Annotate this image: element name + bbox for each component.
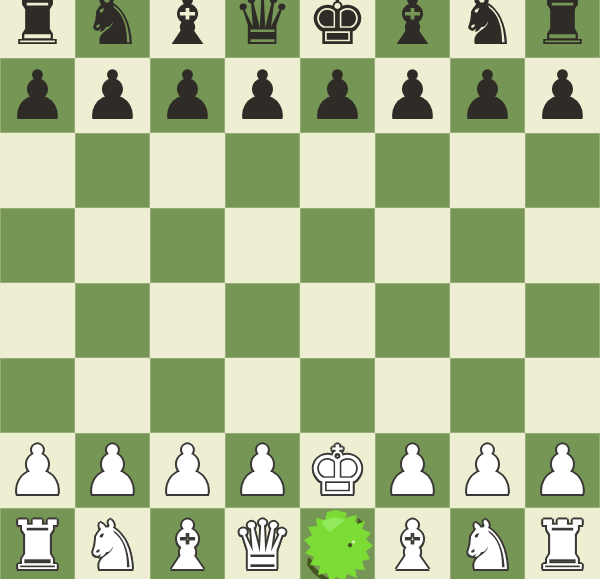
square-d4[interactable]: [225, 283, 300, 358]
square-h1[interactable]: ♜: [525, 508, 600, 579]
black-pawn[interactable]: ♟: [225, 58, 300, 133]
square-f3[interactable]: [375, 358, 450, 433]
black-bishop[interactable]: ♝: [375, 0, 450, 58]
black-queen[interactable]: ♛: [225, 0, 300, 58]
chess-board: ♜♞♝♛♚♝♞♜♟♟♟♟♟♟♟♟♟♟♟♟♚♟♟♟♜♞♝♛♝♞♜: [0, 0, 600, 579]
square-a8[interactable]: ♜: [0, 0, 75, 58]
black-pawn[interactable]: ♟: [525, 58, 600, 133]
square-b3[interactable]: [75, 358, 150, 433]
square-c1[interactable]: ♝: [150, 508, 225, 579]
square-e5[interactable]: [300, 208, 375, 283]
square-d2[interactable]: ♟: [225, 433, 300, 508]
square-f4[interactable]: [375, 283, 450, 358]
square-c6[interactable]: [150, 133, 225, 208]
square-d5[interactable]: [225, 208, 300, 283]
square-a2[interactable]: ♟: [0, 433, 75, 508]
square-c8[interactable]: ♝: [150, 0, 225, 58]
square-f8[interactable]: ♝: [375, 0, 450, 58]
white-king[interactable]: ♚: [300, 433, 375, 508]
square-f6[interactable]: [375, 133, 450, 208]
square-b1[interactable]: ♞: [75, 508, 150, 579]
square-a6[interactable]: [0, 133, 75, 208]
square-e8[interactable]: ♚: [300, 0, 375, 58]
square-b6[interactable]: [75, 133, 150, 208]
square-e6[interactable]: [300, 133, 375, 208]
white-pawn[interactable]: ♟: [150, 433, 225, 508]
square-g3[interactable]: [450, 358, 525, 433]
white-pawn[interactable]: ♟: [0, 433, 75, 508]
square-h6[interactable]: [525, 133, 600, 208]
square-d7[interactable]: ♟: [225, 58, 300, 133]
square-c5[interactable]: [150, 208, 225, 283]
white-rook[interactable]: ♜: [0, 508, 75, 579]
white-queen[interactable]: ♛: [225, 508, 300, 579]
white-knight[interactable]: ♞: [75, 508, 150, 579]
black-pawn[interactable]: ♟: [375, 58, 450, 133]
black-knight[interactable]: ♞: [75, 0, 150, 58]
square-d1[interactable]: ♛: [225, 508, 300, 579]
square-d6[interactable]: [225, 133, 300, 208]
black-bishop[interactable]: ♝: [150, 0, 225, 58]
square-a1[interactable]: ♜: [0, 508, 75, 579]
square-b7[interactable]: ♟: [75, 58, 150, 133]
square-b8[interactable]: ♞: [75, 0, 150, 58]
square-a7[interactable]: ♟: [0, 58, 75, 133]
black-pawn[interactable]: ♟: [150, 58, 225, 133]
black-pawn[interactable]: ♟: [450, 58, 525, 133]
square-h5[interactable]: [525, 208, 600, 283]
white-pawn[interactable]: ♟: [450, 433, 525, 508]
square-b4[interactable]: [75, 283, 150, 358]
square-h2[interactable]: ♟: [525, 433, 600, 508]
square-g1[interactable]: ♞: [450, 508, 525, 579]
chess-app-screen: ♜♞♝♛♚♝♞♜♟♟♟♟♟♟♟♟♟♟♟♟♚♟♟♟♜♞♝♛♝♞♜: [0, 0, 600, 579]
square-h3[interactable]: [525, 358, 600, 433]
square-a5[interactable]: [0, 208, 75, 283]
square-g6[interactable]: [450, 133, 525, 208]
black-rook[interactable]: ♜: [525, 0, 600, 58]
square-e3[interactable]: [300, 358, 375, 433]
white-rook[interactable]: ♜: [525, 508, 600, 579]
square-h8[interactable]: ♜: [525, 0, 600, 58]
square-h4[interactable]: [525, 283, 600, 358]
square-c3[interactable]: [150, 358, 225, 433]
square-g2[interactable]: ♟: [450, 433, 525, 508]
black-pawn[interactable]: ♟: [75, 58, 150, 133]
square-e7[interactable]: ♟: [300, 58, 375, 133]
square-e1[interactable]: [300, 508, 375, 579]
square-g4[interactable]: [450, 283, 525, 358]
square-e4[interactable]: [300, 283, 375, 358]
square-f7[interactable]: ♟: [375, 58, 450, 133]
square-f5[interactable]: [375, 208, 450, 283]
white-bishop[interactable]: ♝: [375, 508, 450, 579]
square-d8[interactable]: ♛: [225, 0, 300, 58]
black-king[interactable]: ♚: [300, 0, 375, 58]
square-g8[interactable]: ♞: [450, 0, 525, 58]
white-pawn[interactable]: ♟: [375, 433, 450, 508]
white-bishop[interactable]: ♝: [150, 508, 225, 579]
square-f2[interactable]: ♟: [375, 433, 450, 508]
square-c2[interactable]: ♟: [150, 433, 225, 508]
square-a4[interactable]: [0, 283, 75, 358]
white-pawn[interactable]: ♟: [225, 433, 300, 508]
white-pawn[interactable]: ♟: [75, 433, 150, 508]
square-d3[interactable]: [225, 358, 300, 433]
black-knight[interactable]: ♞: [450, 0, 525, 58]
white-knight[interactable]: ♞: [450, 508, 525, 579]
square-b5[interactable]: [75, 208, 150, 283]
square-g5[interactable]: [450, 208, 525, 283]
white-pawn[interactable]: ♟: [525, 433, 600, 508]
square-b2[interactable]: ♟: [75, 433, 150, 508]
square-h7[interactable]: ♟: [525, 58, 600, 133]
square-e2[interactable]: ♚: [300, 433, 375, 508]
green-scribble-overlay[interactable]: [300, 508, 375, 579]
square-g7[interactable]: ♟: [450, 58, 525, 133]
scribble-white-speck: [352, 541, 355, 544]
black-pawn[interactable]: ♟: [0, 58, 75, 133]
square-c7[interactable]: ♟: [150, 58, 225, 133]
black-pawn[interactable]: ♟: [300, 58, 375, 133]
square-c4[interactable]: [150, 283, 225, 358]
black-rook[interactable]: ♜: [0, 0, 75, 58]
square-f1[interactable]: ♝: [375, 508, 450, 579]
square-a3[interactable]: [0, 358, 75, 433]
